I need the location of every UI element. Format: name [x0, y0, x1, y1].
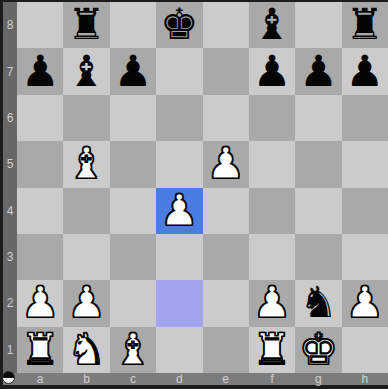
square-c5[interactable] [110, 141, 156, 187]
piece-black-knight[interactable]: ♞ [299, 280, 338, 325]
square-e3[interactable] [203, 234, 249, 280]
square-b2[interactable]: ♟ [63, 280, 109, 326]
piece-black-king[interactable]: ♚ [160, 2, 199, 47]
square-e6[interactable] [203, 95, 249, 141]
square-e8[interactable] [203, 2, 249, 48]
square-e2[interactable] [203, 280, 249, 326]
square-f3[interactable] [249, 234, 295, 280]
piece-white-pawn[interactable]: ♟ [346, 280, 385, 325]
piece-black-pawn[interactable]: ♟ [346, 48, 385, 93]
square-a7[interactable]: ♟ [17, 48, 63, 94]
square-e1[interactable] [203, 327, 249, 373]
square-h3[interactable] [342, 234, 388, 280]
rank-label-2: 2 [3, 280, 17, 326]
square-f2[interactable]: ♟ [249, 280, 295, 326]
square-f6[interactable] [249, 95, 295, 141]
square-d2[interactable] [156, 280, 202, 326]
square-b1[interactable]: ♞ [63, 327, 109, 373]
square-h5[interactable] [342, 141, 388, 187]
square-d1[interactable] [156, 327, 202, 373]
rank-label-1: 1 [3, 327, 17, 373]
square-a8[interactable] [17, 2, 63, 48]
square-g1[interactable]: ♚ [295, 327, 341, 373]
piece-black-rook[interactable]: ♜ [67, 2, 106, 47]
square-h4[interactable] [342, 188, 388, 234]
file-label-f: f [249, 373, 295, 385]
square-h7[interactable]: ♟ [342, 48, 388, 94]
square-g6[interactable] [295, 95, 341, 141]
square-g4[interactable] [295, 188, 341, 234]
square-c7[interactable]: ♟ [110, 48, 156, 94]
file-label-g: g [295, 373, 341, 385]
square-h2[interactable]: ♟ [342, 280, 388, 326]
square-f5[interactable] [249, 141, 295, 187]
piece-white-pawn[interactable]: ♟ [67, 280, 106, 325]
square-h8[interactable]: ♜ [342, 2, 388, 48]
file-label-e: e [203, 373, 249, 385]
square-d5[interactable] [156, 141, 202, 187]
square-g8[interactable] [295, 2, 341, 48]
square-a4[interactable] [17, 188, 63, 234]
file-label-b: b [63, 373, 109, 385]
piece-black-pawn[interactable]: ♟ [299, 48, 338, 93]
piece-white-pawn[interactable]: ♟ [160, 188, 199, 233]
square-a1[interactable]: ♜ [17, 327, 63, 373]
square-b4[interactable] [63, 188, 109, 234]
file-label-a: a [17, 373, 63, 385]
square-c3[interactable] [110, 234, 156, 280]
square-c4[interactable] [110, 188, 156, 234]
square-g5[interactable] [295, 141, 341, 187]
square-b8[interactable]: ♜ [63, 2, 109, 48]
piece-white-bishop[interactable]: ♝ [114, 327, 153, 372]
chess-app-window: 87654321 ♜♚♝♜♟♝♟♟♟♟♝♟♟♟♟♟♞♟♜♞♝♜♚ abcdefg… [0, 0, 388, 389]
square-e7[interactable] [203, 48, 249, 94]
square-a2[interactable]: ♟ [17, 280, 63, 326]
piece-white-bishop[interactable]: ♝ [67, 141, 106, 186]
piece-white-pawn[interactable]: ♟ [253, 280, 292, 325]
rank-label-3: 3 [3, 234, 17, 280]
piece-white-pawn[interactable]: ♟ [206, 141, 245, 186]
square-a3[interactable] [17, 234, 63, 280]
piece-black-pawn[interactable]: ♟ [21, 48, 60, 93]
square-h1[interactable] [342, 327, 388, 373]
square-c6[interactable] [110, 95, 156, 141]
square-b3[interactable] [63, 234, 109, 280]
rank-labels: 87654321 [3, 2, 17, 373]
square-f1[interactable]: ♜ [249, 327, 295, 373]
square-b7[interactable]: ♝ [63, 48, 109, 94]
square-e4[interactable] [203, 188, 249, 234]
piece-white-pawn[interactable]: ♟ [21, 280, 60, 325]
square-f8[interactable]: ♝ [249, 2, 295, 48]
file-labels-row: abcdefgh [17, 373, 388, 385]
piece-white-knight[interactable]: ♞ [67, 327, 106, 372]
square-d6[interactable] [156, 95, 202, 141]
rank-label-8: 8 [3, 2, 17, 48]
side-to-move-indicator [2, 371, 15, 384]
piece-black-bishop[interactable]: ♝ [253, 2, 292, 47]
square-b5[interactable]: ♝ [63, 141, 109, 187]
square-a5[interactable] [17, 141, 63, 187]
square-d4[interactable]: ♟ [156, 188, 202, 234]
file-label-c: c [110, 373, 156, 385]
square-c8[interactable] [110, 2, 156, 48]
square-f7[interactable]: ♟ [249, 48, 295, 94]
square-c2[interactable] [110, 280, 156, 326]
square-d3[interactable] [156, 234, 202, 280]
chess-board: ♜♚♝♜♟♝♟♟♟♟♝♟♟♟♟♟♞♟♜♞♝♜♚ [17, 2, 388, 373]
rank-label-6: 6 [3, 95, 17, 141]
piece-white-rook[interactable]: ♜ [253, 327, 292, 372]
square-h6[interactable] [342, 95, 388, 141]
piece-white-rook[interactable]: ♜ [21, 327, 60, 372]
square-b6[interactable] [63, 95, 109, 141]
square-a6[interactable] [17, 95, 63, 141]
square-g7[interactable]: ♟ [295, 48, 341, 94]
rank-label-7: 7 [3, 48, 17, 94]
square-g3[interactable] [295, 234, 341, 280]
square-d8[interactable]: ♚ [156, 2, 202, 48]
square-e5[interactable]: ♟ [203, 141, 249, 187]
rank-label-4: 4 [3, 188, 17, 234]
piece-black-rook[interactable]: ♜ [346, 2, 385, 47]
piece-black-pawn[interactable]: ♟ [253, 48, 292, 93]
rank-label-5: 5 [3, 141, 17, 187]
file-labels: abcdefgh [3, 373, 388, 385]
square-d7[interactable] [156, 48, 202, 94]
file-label-h: h [342, 373, 388, 385]
piece-black-bishop[interactable]: ♝ [67, 48, 106, 93]
square-g2[interactable]: ♞ [295, 280, 341, 326]
square-f4[interactable] [249, 188, 295, 234]
square-c1[interactable]: ♝ [110, 327, 156, 373]
piece-white-king[interactable]: ♚ [299, 327, 338, 372]
file-label-d: d [156, 373, 202, 385]
piece-black-pawn[interactable]: ♟ [114, 48, 153, 93]
